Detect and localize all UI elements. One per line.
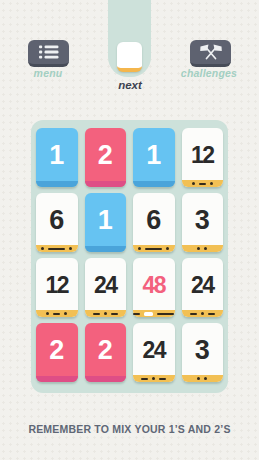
tile-face-longdash bbox=[145, 248, 162, 250]
tile-face-dot bbox=[197, 377, 200, 380]
tile-bottom-edge bbox=[182, 245, 224, 252]
tile-face-dash bbox=[159, 378, 166, 380]
tile-face-dot bbox=[204, 377, 207, 380]
tile-face-dash bbox=[53, 313, 60, 315]
tile-face-dot bbox=[104, 312, 107, 315]
tile-bottom-edge bbox=[85, 310, 127, 317]
tile-face-dot bbox=[204, 247, 207, 250]
tile-face-dot bbox=[201, 312, 204, 315]
tile-bottom-edge bbox=[182, 375, 224, 382]
tile-face-dot bbox=[69, 247, 72, 250]
tile-bottom-edge bbox=[133, 375, 175, 382]
tile-r3c4-24[interactable]: 24 bbox=[182, 258, 224, 317]
crossed-flags-icon bbox=[199, 44, 223, 60]
tile-value: 24 bbox=[142, 339, 165, 367]
tile-bottom-edge bbox=[133, 310, 175, 317]
tile-value: 2 bbox=[98, 142, 113, 174]
tile-face-dash bbox=[208, 313, 215, 315]
tile-face-whitebox bbox=[144, 312, 153, 316]
tile-face-longdash bbox=[48, 248, 65, 250]
tile-r3c2-24[interactable]: 24 bbox=[85, 258, 127, 317]
next-tile-track bbox=[108, 0, 151, 77]
tile-bottom-edge bbox=[182, 180, 224, 187]
tile-face-dot bbox=[166, 247, 169, 250]
tile-face-dot bbox=[197, 247, 200, 250]
tile-bottom-edge bbox=[36, 376, 78, 382]
tile-face-dash bbox=[141, 378, 148, 380]
challenges-button-label: challenges bbox=[169, 67, 249, 79]
tile-value: 1 bbox=[146, 142, 161, 174]
footer-hint: REMEMBER TO MIX YOUR 1’S AND 2’S bbox=[0, 423, 259, 435]
next-tile-card bbox=[117, 42, 142, 72]
tile-face-dot bbox=[152, 377, 155, 380]
tile-bottom-edge bbox=[85, 246, 127, 252]
challenges-button[interactable] bbox=[190, 40, 231, 67]
tile-face-dot bbox=[210, 182, 213, 185]
tile-r1c2-2[interactable]: 2 bbox=[85, 128, 127, 187]
tile-r4c2-2[interactable]: 2 bbox=[85, 323, 127, 382]
tile-bottom-edge bbox=[133, 245, 175, 252]
tile-bottom-edge bbox=[36, 245, 78, 252]
tile-r4c1-2[interactable]: 2 bbox=[36, 323, 78, 382]
tile-bottom-edge bbox=[85, 181, 127, 187]
tile-value: 6 bbox=[146, 207, 161, 239]
tile-r1c1-1[interactable]: 1 bbox=[36, 128, 78, 187]
tile-r2c1-6[interactable]: 6 bbox=[36, 193, 78, 252]
tile-value: 24 bbox=[94, 274, 117, 302]
menu-button-label: menu bbox=[8, 67, 88, 79]
tile-face-dash bbox=[133, 313, 140, 315]
tile-value: 6 bbox=[49, 207, 64, 239]
tile-value: 12 bbox=[191, 144, 214, 172]
tile-bottom-edge bbox=[85, 376, 127, 382]
tile-face-dot bbox=[192, 182, 195, 185]
tile-r1c3-1[interactable]: 1 bbox=[133, 128, 175, 187]
tile-bottom-edge bbox=[133, 181, 175, 187]
tile-value: 1 bbox=[98, 207, 113, 239]
threes-app-screen: menu next challenges 1211261631224482422… bbox=[0, 0, 259, 460]
tile-value: 2 bbox=[49, 337, 64, 369]
tile-face-dot bbox=[64, 312, 67, 315]
tile-value: 24 bbox=[191, 274, 214, 302]
tile-r4c4-3[interactable]: 3 bbox=[182, 323, 224, 382]
tile-face-dash bbox=[199, 183, 206, 185]
tile-bottom-edge bbox=[36, 181, 78, 187]
tile-r4c3-24[interactable]: 24 bbox=[133, 323, 175, 382]
tile-face-dash bbox=[111, 313, 118, 315]
tile-value: 3 bbox=[195, 337, 210, 369]
board[interactable]: 1211261631224482422243 bbox=[31, 120, 228, 393]
menu-button[interactable] bbox=[28, 40, 69, 67]
tile-r3c3-48[interactable]: 48 bbox=[133, 258, 175, 317]
tile-r2c2-1[interactable]: 1 bbox=[85, 193, 127, 252]
tile-value: 3 bbox=[195, 207, 210, 239]
tile-face-dash bbox=[93, 313, 100, 315]
tile-value: 12 bbox=[45, 274, 68, 302]
tile-face-dot bbox=[46, 312, 49, 315]
next-label: next bbox=[98, 79, 162, 91]
tile-face-longdash bbox=[157, 313, 174, 315]
tile-r2c4-3[interactable]: 3 bbox=[182, 193, 224, 252]
tile-bottom-edge bbox=[36, 310, 78, 317]
tile-value: 2 bbox=[98, 337, 113, 369]
tile-r1c4-12[interactable]: 12 bbox=[182, 128, 224, 187]
tile-value: 1 bbox=[49, 142, 64, 174]
tile-value: 48 bbox=[142, 274, 165, 302]
tile-face-dash bbox=[190, 313, 197, 315]
list-menu-icon bbox=[39, 45, 59, 59]
tile-face-dot bbox=[138, 247, 141, 250]
tile-r3c1-12[interactable]: 12 bbox=[36, 258, 78, 317]
tile-face-dot bbox=[41, 247, 44, 250]
tile-bottom-edge bbox=[182, 310, 224, 317]
tile-r2c3-6[interactable]: 6 bbox=[133, 193, 175, 252]
